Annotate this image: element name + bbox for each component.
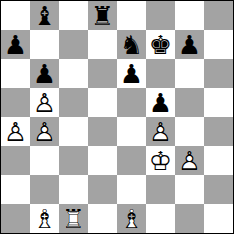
piece-black-rook[interactable]: ♜ [88, 1, 117, 30]
square-b7[interactable] [30, 30, 59, 59]
square-b6[interactable]: ♟ [30, 59, 59, 88]
piece-glyph-outline: ♙ [175, 146, 204, 175]
piece-glyph: ♝ [30, 1, 59, 30]
square-a5[interactable] [1, 88, 30, 117]
square-e6[interactable]: ♟ [117, 59, 146, 88]
piece-white-rook[interactable]: ♜♖ [59, 204, 88, 233]
piece-white-pawn[interactable]: ♟♙ [30, 88, 59, 117]
piece-glyph: ♟ [30, 59, 59, 88]
piece-glyph-outline: ♖ [59, 204, 88, 233]
square-d3[interactable] [88, 146, 117, 175]
piece-black-pawn[interactable]: ♟ [30, 59, 59, 88]
square-d1[interactable] [88, 204, 117, 233]
square-c7[interactable] [59, 30, 88, 59]
square-d8[interactable]: ♜ [88, 1, 117, 30]
square-f7[interactable]: ♚ [146, 30, 175, 59]
square-d6[interactable] [88, 59, 117, 88]
square-h5[interactable] [204, 88, 233, 117]
square-a7[interactable]: ♟ [1, 30, 30, 59]
square-f3[interactable]: ♚♔ [146, 146, 175, 175]
piece-glyph: ♞ [117, 30, 146, 59]
square-a4[interactable]: ♟♙ [1, 117, 30, 146]
square-e3[interactable] [117, 146, 146, 175]
square-d4[interactable] [88, 117, 117, 146]
square-f8[interactable] [146, 1, 175, 30]
square-d2[interactable] [88, 175, 117, 204]
piece-glyph: ♜ [88, 1, 117, 30]
square-f4[interactable]: ♟♙ [146, 117, 175, 146]
square-e2[interactable] [117, 175, 146, 204]
piece-white-pawn[interactable]: ♟♙ [30, 117, 59, 146]
square-h7[interactable] [204, 30, 233, 59]
square-h3[interactable] [204, 146, 233, 175]
piece-white-pawn[interactable]: ♟♙ [175, 146, 204, 175]
square-b3[interactable] [30, 146, 59, 175]
square-f1[interactable] [146, 204, 175, 233]
square-g4[interactable] [175, 117, 204, 146]
piece-glyph-outline: ♗ [30, 204, 59, 233]
square-b1[interactable]: ♝♗ [30, 204, 59, 233]
piece-black-pawn[interactable]: ♟ [175, 30, 204, 59]
square-h6[interactable] [204, 59, 233, 88]
chessboard-frame: ♝♜♟♞♚♟♟♟♟♙♟♟♙♟♙♟♙♚♔♟♙♝♗♜♖♝♗ [0, 0, 234, 234]
square-h2[interactable] [204, 175, 233, 204]
square-g3[interactable]: ♟♙ [175, 146, 204, 175]
piece-glyph-outline: ♙ [30, 88, 59, 117]
piece-black-king[interactable]: ♚ [146, 30, 175, 59]
square-g6[interactable] [175, 59, 204, 88]
square-a1[interactable] [1, 204, 30, 233]
piece-black-pawn[interactable]: ♟ [117, 59, 146, 88]
piece-glyph: ♟ [1, 30, 30, 59]
square-e4[interactable] [117, 117, 146, 146]
square-g2[interactable] [175, 175, 204, 204]
square-h4[interactable] [204, 117, 233, 146]
square-e8[interactable] [117, 1, 146, 30]
piece-black-pawn[interactable]: ♟ [146, 88, 175, 117]
square-g1[interactable] [175, 204, 204, 233]
piece-white-bishop[interactable]: ♝♗ [30, 204, 59, 233]
square-g5[interactable] [175, 88, 204, 117]
square-e7[interactable]: ♞ [117, 30, 146, 59]
piece-black-knight[interactable]: ♞ [117, 30, 146, 59]
square-e5[interactable] [117, 88, 146, 117]
square-c1[interactable]: ♜♖ [59, 204, 88, 233]
square-f5[interactable]: ♟ [146, 88, 175, 117]
square-e1[interactable]: ♝♗ [117, 204, 146, 233]
piece-black-bishop[interactable]: ♝ [30, 1, 59, 30]
piece-white-king[interactable]: ♚♔ [146, 146, 175, 175]
piece-black-pawn[interactable]: ♟ [1, 30, 30, 59]
square-c6[interactable] [59, 59, 88, 88]
piece-glyph: ♟ [117, 59, 146, 88]
chessboard: ♝♜♟♞♚♟♟♟♟♙♟♟♙♟♙♟♙♚♔♟♙♝♗♜♖♝♗ [1, 1, 233, 233]
piece-white-pawn[interactable]: ♟♙ [1, 117, 30, 146]
piece-glyph-outline: ♙ [146, 117, 175, 146]
piece-white-pawn[interactable]: ♟♙ [146, 117, 175, 146]
square-b8[interactable]: ♝ [30, 1, 59, 30]
square-b5[interactable]: ♟♙ [30, 88, 59, 117]
piece-glyph-outline: ♙ [1, 117, 30, 146]
piece-glyph-outline: ♙ [30, 117, 59, 146]
piece-glyph-outline: ♗ [117, 204, 146, 233]
square-d5[interactable] [88, 88, 117, 117]
square-b2[interactable] [30, 175, 59, 204]
square-c8[interactable] [59, 1, 88, 30]
square-g8[interactable] [175, 1, 204, 30]
piece-glyph: ♚ [146, 30, 175, 59]
square-a3[interactable] [1, 146, 30, 175]
square-c3[interactable] [59, 146, 88, 175]
piece-white-bishop[interactable]: ♝♗ [117, 204, 146, 233]
square-g7[interactable]: ♟ [175, 30, 204, 59]
square-f6[interactable] [146, 59, 175, 88]
piece-glyph: ♟ [175, 30, 204, 59]
square-f2[interactable] [146, 175, 175, 204]
square-b4[interactable]: ♟♙ [30, 117, 59, 146]
square-h8[interactable] [204, 1, 233, 30]
square-h1[interactable] [204, 204, 233, 233]
square-a2[interactable] [1, 175, 30, 204]
piece-glyph-outline: ♔ [146, 146, 175, 175]
square-c4[interactable] [59, 117, 88, 146]
square-d7[interactable] [88, 30, 117, 59]
piece-glyph: ♟ [146, 88, 175, 117]
square-c5[interactable] [59, 88, 88, 117]
square-c2[interactable] [59, 175, 88, 204]
square-a8[interactable] [1, 1, 30, 30]
square-a6[interactable] [1, 59, 30, 88]
